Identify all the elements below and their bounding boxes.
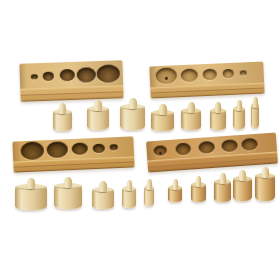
socket-hole bbox=[198, 141, 215, 154]
socket-hole bbox=[46, 141, 68, 158]
cylinder-block-bottom-left bbox=[12, 136, 134, 172]
knobbed-cylinder bbox=[233, 170, 252, 201]
cylinder-knob bbox=[253, 97, 258, 108]
block-top-face bbox=[19, 60, 123, 89]
socket-hole bbox=[110, 144, 118, 150]
knobbed-cylinder bbox=[191, 176, 206, 202]
socket-hole bbox=[239, 70, 246, 75]
cylinder-knob bbox=[94, 100, 102, 111]
socket-hole bbox=[42, 71, 53, 80]
knobbed-cylinder bbox=[233, 100, 245, 129]
knobbed-cylinder bbox=[15, 178, 47, 210]
socket-hole bbox=[59, 69, 74, 82]
socket-hole bbox=[155, 67, 177, 84]
knobbed-cylinder bbox=[214, 173, 231, 202]
knobbed-cylinder bbox=[92, 181, 114, 209]
knobbed-cylinder bbox=[251, 97, 259, 128]
cylinder-knob bbox=[220, 173, 226, 184]
knobbed-cylinder bbox=[54, 177, 82, 209]
knobbed-cylinder bbox=[122, 180, 136, 208]
socket-hole bbox=[30, 74, 37, 79]
product-photo bbox=[0, 0, 280, 280]
socket-hole bbox=[175, 143, 191, 156]
knobbed-cylinder bbox=[151, 104, 174, 131]
cylinder-block-top-left bbox=[19, 60, 123, 102]
knobbed-cylinder bbox=[120, 98, 145, 130]
cylinder-block-top-right bbox=[149, 62, 264, 99]
cylinder-knob bbox=[159, 104, 167, 115]
cylinder-knob bbox=[262, 167, 269, 178]
cylinder-knob bbox=[127, 180, 132, 191]
socket-hole bbox=[203, 68, 217, 80]
socket-hole bbox=[71, 142, 88, 155]
socket-hole bbox=[222, 68, 233, 77]
knobbed-cylinder bbox=[255, 167, 275, 201]
cylinder-knob bbox=[27, 178, 35, 189]
cylinder-knob bbox=[188, 102, 195, 113]
socket-hole bbox=[96, 64, 120, 83]
socket-hole bbox=[93, 143, 105, 153]
knobbed-cylinder bbox=[53, 103, 72, 131]
socket-hole bbox=[180, 68, 198, 82]
cylinder-knob bbox=[147, 179, 152, 190]
socket-hole bbox=[221, 139, 238, 152]
cylinder-knob bbox=[196, 176, 201, 187]
knobbed-cylinder bbox=[168, 179, 182, 202]
socket-hole bbox=[20, 141, 44, 160]
cylinder-knob bbox=[64, 177, 72, 188]
socket-hole bbox=[241, 138, 258, 151]
cylinder-knob bbox=[129, 98, 137, 109]
cylinder-knob bbox=[99, 181, 107, 192]
knobbed-cylinder bbox=[181, 102, 201, 130]
cylinder-knob bbox=[239, 170, 246, 181]
cylinder-knob bbox=[237, 100, 242, 111]
cylinder-knob bbox=[215, 102, 221, 113]
knobbed-cylinder bbox=[210, 102, 226, 130]
cylinder-knob bbox=[173, 179, 178, 190]
socket-depth-dot bbox=[158, 151, 161, 154]
socket-hole bbox=[76, 67, 96, 83]
knobbed-cylinder bbox=[87, 100, 109, 130]
socket-hole bbox=[153, 145, 167, 156]
socket-depth-dot bbox=[164, 77, 167, 80]
cylinder-knob bbox=[59, 103, 66, 114]
knobbed-cylinder bbox=[144, 179, 154, 206]
